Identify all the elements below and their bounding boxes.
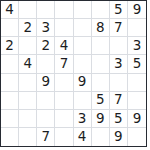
sudoku-board: 4 5 9 2 3 8 7 2 2 4 3 4 7 3 5 9 9 5 7 3 … — [0, 0, 147, 147]
cell-r4c3[interactable] — [37, 55, 55, 73]
cell-r3c3[interactable]: 2 — [37, 37, 55, 55]
cell-r8c7[interactable]: 9 — [110, 128, 128, 146]
cell-r3c8[interactable]: 3 — [128, 37, 146, 55]
cell-r5c1[interactable] — [1, 74, 19, 92]
cell-r1c8[interactable]: 9 — [128, 1, 146, 19]
cell-r5c3[interactable]: 9 — [37, 74, 55, 92]
cell-r7c2[interactable] — [19, 110, 37, 128]
cell-r4c7[interactable]: 3 — [110, 55, 128, 73]
cell-r7c4[interactable] — [55, 110, 73, 128]
cell-r6c5[interactable] — [74, 92, 92, 110]
cell-r8c3[interactable]: 7 — [37, 128, 55, 146]
cell-r3c6[interactable] — [92, 37, 110, 55]
cell-r2c8[interactable] — [128, 19, 146, 37]
cell-r1c4[interactable] — [55, 1, 73, 19]
cell-r3c4[interactable]: 4 — [55, 37, 73, 55]
cell-r4c8[interactable]: 5 — [128, 55, 146, 73]
cell-r5c2[interactable] — [19, 74, 37, 92]
cell-r4c6[interactable] — [92, 55, 110, 73]
cell-r2c7[interactable]: 7 — [110, 19, 128, 37]
cell-r7c3[interactable] — [37, 110, 55, 128]
cell-r5c7[interactable] — [110, 74, 128, 92]
cell-r5c5[interactable]: 9 — [74, 74, 92, 92]
cell-r1c3[interactable] — [37, 1, 55, 19]
cell-r4c4[interactable]: 7 — [55, 55, 73, 73]
cell-r6c1[interactable] — [1, 92, 19, 110]
cell-r2c6[interactable]: 8 — [92, 19, 110, 37]
cell-r7c6[interactable]: 9 — [92, 110, 110, 128]
cell-r6c2[interactable] — [19, 92, 37, 110]
cell-r7c1[interactable] — [1, 110, 19, 128]
cell-r6c3[interactable] — [37, 92, 55, 110]
cell-r7c8[interactable]: 9 — [128, 110, 146, 128]
cell-r2c3[interactable]: 3 — [37, 19, 55, 37]
cell-r5c8[interactable] — [128, 74, 146, 92]
cell-r8c2[interactable] — [19, 128, 37, 146]
cell-r8c5[interactable]: 4 — [74, 128, 92, 146]
cell-r2c4[interactable] — [55, 19, 73, 37]
cell-r4c5[interactable] — [74, 55, 92, 73]
cell-r8c4[interactable] — [55, 128, 73, 146]
cell-r7c7[interactable]: 5 — [110, 110, 128, 128]
cell-r1c7[interactable]: 5 — [110, 1, 128, 19]
cell-r6c4[interactable] — [55, 92, 73, 110]
cell-r8c8[interactable] — [128, 128, 146, 146]
cell-r7c5[interactable]: 3 — [74, 110, 92, 128]
cell-r2c5[interactable] — [74, 19, 92, 37]
cell-r6c6[interactable]: 5 — [92, 92, 110, 110]
cell-r5c4[interactable] — [55, 74, 73, 92]
cell-r1c6[interactable] — [92, 1, 110, 19]
cell-r2c1[interactable] — [1, 19, 19, 37]
cell-r4c1[interactable] — [1, 55, 19, 73]
cell-r1c1[interactable]: 4 — [1, 1, 19, 19]
cell-r3c7[interactable] — [110, 37, 128, 55]
cell-r8c1[interactable] — [1, 128, 19, 146]
cell-r1c2[interactable] — [19, 1, 37, 19]
cell-r6c7[interactable]: 7 — [110, 92, 128, 110]
cell-r3c5[interactable] — [74, 37, 92, 55]
cell-r6c8[interactable] — [128, 92, 146, 110]
cell-r3c1[interactable]: 2 — [1, 37, 19, 55]
cell-r1c5[interactable] — [74, 1, 92, 19]
cell-r8c6[interactable] — [92, 128, 110, 146]
cell-r4c2[interactable]: 4 — [19, 55, 37, 73]
cell-r3c2[interactable] — [19, 37, 37, 55]
cell-r5c6[interactable] — [92, 74, 110, 92]
cell-r2c2[interactable]: 2 — [19, 19, 37, 37]
